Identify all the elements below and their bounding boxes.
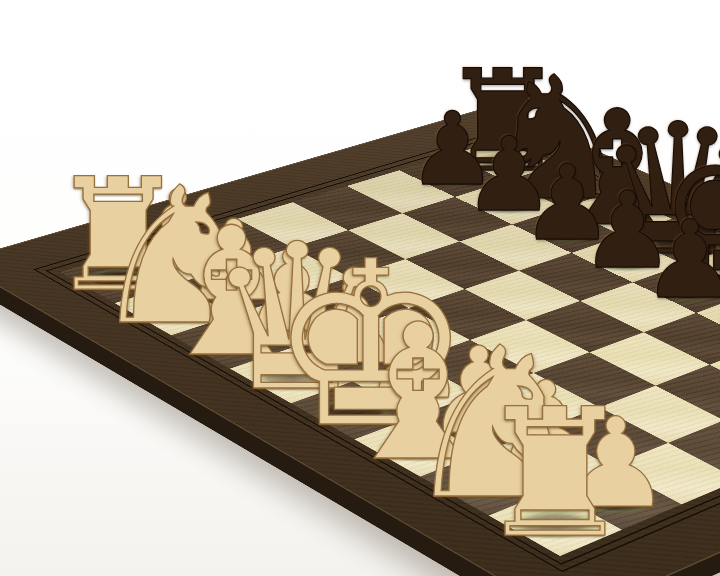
- board-squares: [60, 140, 720, 556]
- chess-product-photo: ♜♞♝♛♚♝♞♜♟♟♟♟♟♟♟♟♟♟♟♟♟♟♟♟♜♞♝♛♚♝♞♜: [0, 0, 720, 576]
- chess-board: [0, 105, 720, 576]
